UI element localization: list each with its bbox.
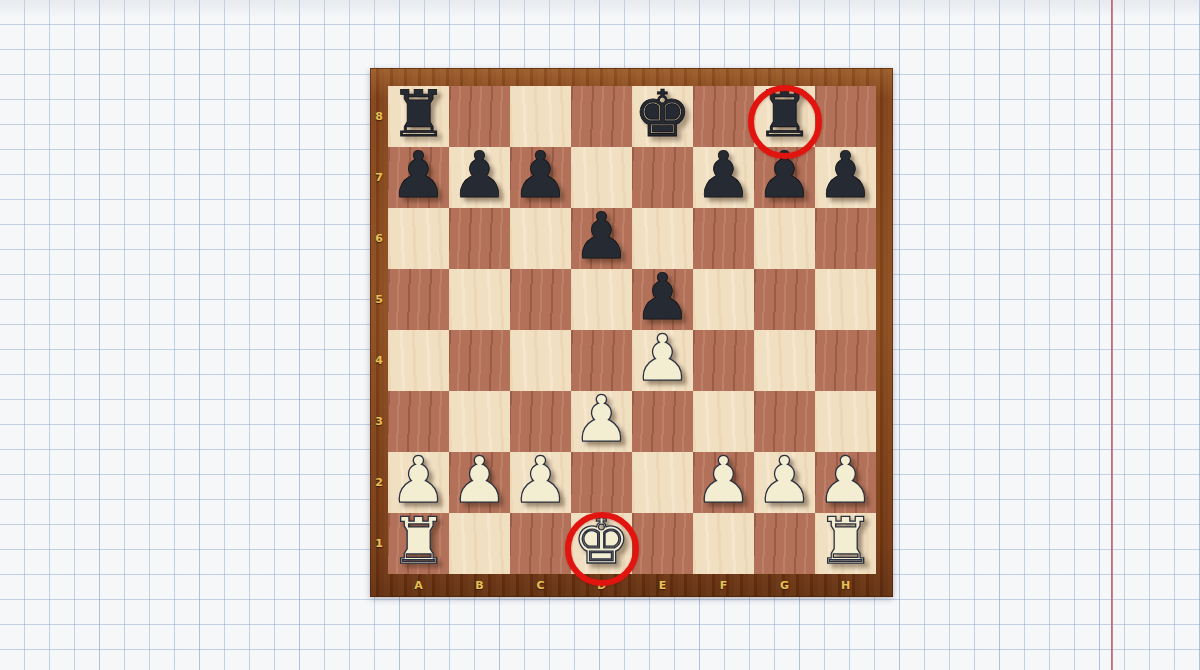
square-d8[interactable] [571, 86, 632, 147]
file-label-b: B [449, 574, 510, 597]
square-f2[interactable]: ♟ [693, 452, 754, 513]
rank-label-2: 2 [370, 452, 388, 513]
rank-label-1: 1 [370, 513, 388, 574]
square-g1[interactable] [754, 513, 815, 574]
worksheet-page: { "game": "chess", "position": { "fen": … [0, 0, 1200, 670]
square-f7[interactable]: ♟ [693, 147, 754, 208]
white-pawn-h2[interactable]: ♟ [815, 450, 876, 511]
board-grid: ♜♚♜♟♟♟♟♟♟♟♟♟♟♟♟♟♟♟♟♜♚♜ [388, 86, 876, 574]
square-b7[interactable]: ♟ [449, 147, 510, 208]
black-pawn-f7[interactable]: ♟ [693, 145, 754, 206]
board-playing-area: ♜♚♜♟♟♟♟♟♟♟♟♟♟♟♟♟♟♟♟♜♚♜ [388, 86, 876, 574]
square-g6[interactable] [754, 208, 815, 269]
white-pawn-f2[interactable]: ♟ [693, 450, 754, 511]
square-e4[interactable]: ♟ [632, 330, 693, 391]
square-c6[interactable] [510, 208, 571, 269]
file-label-f: F [693, 574, 754, 597]
square-b2[interactable]: ♟ [449, 452, 510, 513]
square-f6[interactable] [693, 208, 754, 269]
chess-board: 87654321 ABCDEFGH ♜♚♜♟♟♟♟♟♟♟♟♟♟♟♟♟♟♟♟♜♚♜ [370, 68, 893, 597]
square-e2[interactable] [632, 452, 693, 513]
square-g4[interactable] [754, 330, 815, 391]
square-b1[interactable] [449, 513, 510, 574]
square-a4[interactable] [388, 330, 449, 391]
square-h6[interactable] [815, 208, 876, 269]
square-d5[interactable] [571, 269, 632, 330]
black-pawn-c7[interactable]: ♟ [510, 145, 571, 206]
square-c4[interactable] [510, 330, 571, 391]
square-h1[interactable]: ♜ [815, 513, 876, 574]
rank-label-6: 6 [370, 208, 388, 269]
black-pawn-a7[interactable]: ♟ [388, 145, 449, 206]
white-pawn-g2[interactable]: ♟ [754, 450, 815, 511]
square-c2[interactable]: ♟ [510, 452, 571, 513]
square-a7[interactable]: ♟ [388, 147, 449, 208]
square-c1[interactable] [510, 513, 571, 574]
highlight-circle-g8 [748, 85, 822, 159]
square-c7[interactable]: ♟ [510, 147, 571, 208]
square-b5[interactable] [449, 269, 510, 330]
square-c5[interactable] [510, 269, 571, 330]
white-pawn-d3[interactable]: ♟ [571, 389, 632, 450]
highlight-circle-d1 [565, 512, 639, 586]
white-pawn-a2[interactable]: ♟ [388, 450, 449, 511]
square-d3[interactable]: ♟ [571, 391, 632, 452]
square-g5[interactable] [754, 269, 815, 330]
square-g2[interactable]: ♟ [754, 452, 815, 513]
white-rook-a1[interactable]: ♜ [388, 511, 449, 572]
black-pawn-e5[interactable]: ♟ [632, 267, 693, 328]
square-e7[interactable] [632, 147, 693, 208]
square-f5[interactable] [693, 269, 754, 330]
white-pawn-c2[interactable]: ♟ [510, 450, 571, 511]
black-rook-a8[interactable]: ♜ [388, 84, 449, 145]
rank-label-8: 8 [370, 86, 388, 147]
square-d6[interactable]: ♟ [571, 208, 632, 269]
paper-margin-line [1111, 0, 1113, 670]
square-h5[interactable] [815, 269, 876, 330]
square-b4[interactable] [449, 330, 510, 391]
black-king-e8[interactable]: ♚ [632, 84, 693, 145]
white-rook-h1[interactable]: ♜ [815, 511, 876, 572]
square-e3[interactable] [632, 391, 693, 452]
square-h4[interactable] [815, 330, 876, 391]
rank-label-5: 5 [370, 269, 388, 330]
square-e1[interactable] [632, 513, 693, 574]
rank-label-7: 7 [370, 147, 388, 208]
white-pawn-b2[interactable]: ♟ [449, 450, 510, 511]
square-a5[interactable] [388, 269, 449, 330]
square-f1[interactable] [693, 513, 754, 574]
file-label-e: E [632, 574, 693, 597]
square-e8[interactable]: ♚ [632, 86, 693, 147]
square-b6[interactable] [449, 208, 510, 269]
white-pawn-e4[interactable]: ♟ [632, 328, 693, 389]
file-label-g: G [754, 574, 815, 597]
black-pawn-h7[interactable]: ♟ [815, 145, 876, 206]
black-pawn-d6[interactable]: ♟ [571, 206, 632, 267]
square-f4[interactable] [693, 330, 754, 391]
file-label-c: C [510, 574, 571, 597]
rank-label-3: 3 [370, 391, 388, 452]
rank-label-4: 4 [370, 330, 388, 391]
square-h7[interactable]: ♟ [815, 147, 876, 208]
square-a1[interactable]: ♜ [388, 513, 449, 574]
square-a6[interactable] [388, 208, 449, 269]
black-pawn-b7[interactable]: ♟ [449, 145, 510, 206]
